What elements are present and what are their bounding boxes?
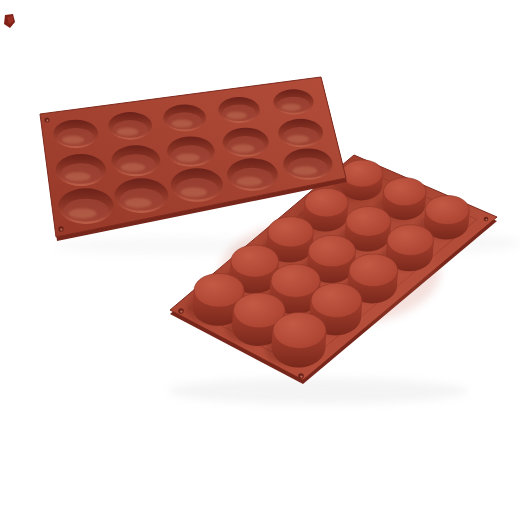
mold-cavity bbox=[283, 148, 332, 179]
bump-top bbox=[342, 160, 383, 187]
cavity-highlight bbox=[293, 166, 318, 175]
cavity-highlight bbox=[62, 136, 84, 144]
mold-cavity bbox=[227, 158, 278, 190]
mold-cavity bbox=[167, 136, 214, 166]
mold-cavity bbox=[56, 154, 106, 186]
cavity-highlight bbox=[125, 198, 152, 208]
cavity-highlight bbox=[231, 144, 254, 152]
cavity-highlight bbox=[287, 135, 309, 143]
cavity-highlight bbox=[121, 163, 145, 172]
cavity-highlight bbox=[171, 120, 192, 128]
product-photo: Two terracotta-red silicone baking molds… bbox=[0, 0, 520, 520]
corner-hole-highlight bbox=[300, 375, 302, 377]
cavity-highlight bbox=[176, 154, 200, 162]
mold-cavity bbox=[163, 105, 206, 132]
bump-top bbox=[305, 188, 348, 217]
bump-top bbox=[346, 206, 391, 236]
corner-mark bbox=[4, 14, 15, 28]
cavity-highlight bbox=[237, 177, 262, 186]
cavity-highlight bbox=[226, 112, 247, 119]
mold-cavity bbox=[278, 119, 323, 147]
bump-top bbox=[387, 225, 433, 256]
mold-cavity bbox=[53, 120, 98, 148]
mold-cavity bbox=[108, 112, 152, 140]
bump-top bbox=[349, 254, 397, 287]
bump-top bbox=[425, 195, 469, 224]
cavity-highlight bbox=[117, 128, 139, 136]
mold-cavity bbox=[218, 97, 259, 123]
bump-top bbox=[311, 283, 362, 317]
mold-cavity bbox=[111, 145, 160, 176]
bump-top bbox=[231, 245, 279, 277]
corner-hole-highlight bbox=[46, 120, 48, 122]
corner-hole-highlight bbox=[60, 228, 62, 230]
mold-cavity bbox=[114, 178, 168, 213]
photo-shadow bbox=[168, 378, 468, 404]
cavity-highlight bbox=[181, 187, 207, 196]
bump-top bbox=[273, 312, 326, 348]
mold-cavity bbox=[171, 168, 223, 202]
photo-canvas bbox=[0, 0, 520, 520]
cavity-highlight bbox=[69, 209, 97, 219]
mold-cavity bbox=[223, 128, 269, 157]
bump-top bbox=[271, 264, 320, 297]
bump-top bbox=[383, 178, 426, 206]
mold-cavity bbox=[58, 188, 113, 224]
mold-cavity bbox=[273, 89, 313, 114]
cavity-highlight bbox=[281, 104, 301, 111]
bump-top bbox=[268, 217, 314, 247]
bump-top bbox=[309, 235, 356, 266]
cavity-highlight bbox=[65, 172, 90, 181]
corner-hole-highlight bbox=[485, 219, 487, 221]
corner-hole-highlight bbox=[180, 310, 182, 312]
